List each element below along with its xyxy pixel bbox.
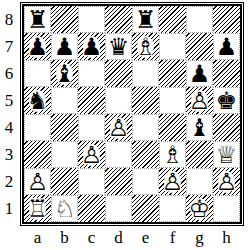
- square-g3[interactable]: [186, 141, 213, 168]
- square-a6[interactable]: [24, 60, 51, 87]
- file-label-f: f: [159, 228, 186, 248]
- piece-black-king-h5[interactable]: ♚: [213, 87, 240, 114]
- rank-label-3: 3: [0, 141, 18, 168]
- square-d6[interactable]: [105, 60, 132, 87]
- square-a1[interactable]: ♖: [24, 195, 51, 222]
- square-a7[interactable]: ♟: [24, 33, 51, 60]
- file-label-d: d: [105, 228, 132, 248]
- square-h4[interactable]: [213, 114, 240, 141]
- square-b2[interactable]: [51, 168, 78, 195]
- square-g6[interactable]: ♟: [186, 60, 213, 87]
- square-h3[interactable]: ♕: [213, 141, 240, 168]
- square-d8[interactable]: [105, 6, 132, 33]
- square-g2[interactable]: [186, 168, 213, 195]
- file-label-b: b: [51, 228, 78, 248]
- square-g5[interactable]: ♙: [186, 87, 213, 114]
- square-d5[interactable]: [105, 87, 132, 114]
- square-b5[interactable]: [51, 87, 78, 114]
- piece-white-knight-b1[interactable]: ♘: [51, 195, 78, 222]
- square-d7[interactable]: ♛: [105, 33, 132, 60]
- square-f7[interactable]: [159, 33, 186, 60]
- piece-white-pawn-c3[interactable]: ♙: [78, 141, 105, 168]
- file-label-a: a: [24, 228, 51, 248]
- square-f1[interactable]: [159, 195, 186, 222]
- rank-label-1: 1: [0, 195, 18, 222]
- piece-black-pawn-g6[interactable]: ♟: [186, 60, 213, 87]
- square-a5[interactable]: ♞: [24, 87, 51, 114]
- piece-white-rook-a1[interactable]: ♖: [24, 195, 51, 222]
- square-h5[interactable]: ♚: [213, 87, 240, 114]
- square-b1[interactable]: ♘: [51, 195, 78, 222]
- square-c7[interactable]: ♟: [78, 33, 105, 60]
- square-b3[interactable]: [51, 141, 78, 168]
- piece-white-pawn-h2[interactable]: ♙: [213, 168, 240, 195]
- square-c2[interactable]: [78, 168, 105, 195]
- file-label-h: h: [213, 228, 240, 248]
- piece-black-pawn-h7[interactable]: ♟: [213, 33, 240, 60]
- square-c3[interactable]: ♙: [78, 141, 105, 168]
- rank-label-6: 6: [0, 60, 18, 87]
- square-h2[interactable]: ♙: [213, 168, 240, 195]
- square-f5[interactable]: [159, 87, 186, 114]
- board-border: ♜♜♟♟♟♛♗♟♝♟♞♙♚♙♝♙♗♕♙♙♙♖♘♔: [22, 4, 242, 224]
- piece-black-pawn-a7[interactable]: ♟: [24, 33, 51, 60]
- file-labels: abcdefgh: [24, 228, 240, 248]
- square-c8[interactable]: [78, 6, 105, 33]
- rank-label-8: 8: [0, 6, 18, 33]
- square-g7[interactable]: [186, 33, 213, 60]
- square-g8[interactable]: [186, 6, 213, 33]
- piece-white-king-g1[interactable]: ♔: [186, 195, 213, 222]
- square-a8[interactable]: ♜: [24, 6, 51, 33]
- piece-white-pawn-d4[interactable]: ♙: [105, 114, 132, 141]
- square-e4[interactable]: [132, 114, 159, 141]
- chess-board: ♜♜♟♟♟♛♗♟♝♟♞♙♚♙♝♙♗♕♙♙♙♖♘♔: [24, 6, 240, 222]
- square-d4[interactable]: ♙: [105, 114, 132, 141]
- square-b4[interactable]: [51, 114, 78, 141]
- rank-labels: 87654321: [0, 6, 18, 222]
- square-a2[interactable]: ♙: [24, 168, 51, 195]
- piece-white-queen-h3[interactable]: ♕: [213, 141, 240, 168]
- square-f3[interactable]: ♗: [159, 141, 186, 168]
- square-a3[interactable]: [24, 141, 51, 168]
- piece-black-rook-a8[interactable]: ♜: [24, 6, 51, 33]
- square-a4[interactable]: [24, 114, 51, 141]
- square-h6[interactable]: [213, 60, 240, 87]
- square-b8[interactable]: [51, 6, 78, 33]
- square-f8[interactable]: [159, 6, 186, 33]
- square-h7[interactable]: ♟: [213, 33, 240, 60]
- rank-label-5: 5: [0, 87, 18, 114]
- piece-black-pawn-c7[interactable]: ♟: [78, 33, 105, 60]
- piece-black-bishop-b6[interactable]: ♝: [51, 60, 78, 87]
- rank-label-4: 4: [0, 114, 18, 141]
- piece-white-pawn-f2[interactable]: ♙: [159, 168, 186, 195]
- board-frame: ♜♜♟♟♟♛♗♟♝♟♞♙♚♙♝♙♗♕♙♙♙♖♘♔: [20, 2, 244, 226]
- square-g4[interactable]: ♝: [186, 114, 213, 141]
- square-e2[interactable]: [132, 168, 159, 195]
- square-c5[interactable]: [78, 87, 105, 114]
- square-e3[interactable]: [132, 141, 159, 168]
- piece-white-pawn-g5[interactable]: ♙: [186, 87, 213, 114]
- square-e8[interactable]: ♜: [132, 6, 159, 33]
- square-b7[interactable]: ♟: [51, 33, 78, 60]
- square-c1[interactable]: [78, 195, 105, 222]
- piece-black-bishop-g4[interactable]: ♝: [186, 114, 213, 141]
- square-e5[interactable]: [132, 87, 159, 114]
- square-d3[interactable]: [105, 141, 132, 168]
- rank-label-7: 7: [0, 33, 18, 60]
- square-h1[interactable]: [213, 195, 240, 222]
- piece-black-pawn-b7[interactable]: ♟: [51, 33, 78, 60]
- square-h8[interactable]: [213, 6, 240, 33]
- chess-diagram: 87654321 ♜♜♟♟♟♛♗♟♝♟♞♙♚♙♝♙♗♕♙♙♙♖♘♔ abcdef…: [0, 0, 250, 250]
- square-g1[interactable]: ♔: [186, 195, 213, 222]
- piece-black-rook-e8[interactable]: ♜: [132, 6, 159, 33]
- piece-black-queen-d7[interactable]: ♛: [105, 33, 132, 60]
- file-label-e: e: [132, 228, 159, 248]
- square-c4[interactable]: [78, 114, 105, 141]
- piece-white-bishop-f3[interactable]: ♗: [159, 141, 186, 168]
- square-b6[interactable]: ♝: [51, 60, 78, 87]
- square-d1[interactable]: [105, 195, 132, 222]
- piece-white-bishop-e7[interactable]: ♗: [132, 33, 159, 60]
- piece-white-pawn-a2[interactable]: ♙: [24, 168, 51, 195]
- square-f2[interactable]: ♙: [159, 168, 186, 195]
- square-e1[interactable]: [132, 195, 159, 222]
- square-e7[interactable]: ♗: [132, 33, 159, 60]
- rank-label-2: 2: [0, 168, 18, 195]
- file-label-c: c: [78, 228, 105, 248]
- square-d2[interactable]: [105, 168, 132, 195]
- piece-black-knight-a5[interactable]: ♞: [24, 87, 51, 114]
- square-f6[interactable]: [159, 60, 186, 87]
- square-f4[interactable]: [159, 114, 186, 141]
- square-c6[interactable]: [78, 60, 105, 87]
- file-label-g: g: [186, 228, 213, 248]
- square-e6[interactable]: [132, 60, 159, 87]
